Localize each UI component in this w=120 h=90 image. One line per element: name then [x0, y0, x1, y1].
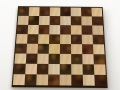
- square-e2-dark[interactable]: [60, 64, 72, 75]
- square-a5-light[interactable]: [16, 34, 28, 44]
- square-h4-light[interactable]: [93, 44, 105, 54]
- square-f8-light[interactable]: [71, 8, 82, 17]
- square-f7-dark[interactable]: [71, 16, 82, 25]
- square-b7-dark[interactable]: [28, 16, 39, 25]
- square-a1-light[interactable]: [13, 74, 25, 85]
- square-g7-light[interactable]: [81, 16, 92, 25]
- square-a2-dark[interactable]: [14, 64, 26, 75]
- square-e1-light[interactable]: [60, 75, 72, 86]
- square-e3-light[interactable]: [60, 54, 71, 64]
- square-d8-light[interactable]: [50, 7, 61, 16]
- square-b8-light[interactable]: [29, 7, 40, 16]
- square-c8-dark[interactable]: [39, 7, 50, 16]
- square-h1-dark[interactable]: [94, 75, 106, 86]
- photo-scene: [0, 0, 120, 90]
- square-d3-dark[interactable]: [48, 54, 59, 64]
- square-g3-light[interactable]: [82, 54, 94, 64]
- square-e8-dark[interactable]: [60, 7, 71, 16]
- square-e7-light[interactable]: [60, 16, 71, 25]
- square-h5-dark[interactable]: [93, 35, 104, 45]
- square-c6-dark[interactable]: [38, 25, 49, 34]
- square-b4-light[interactable]: [26, 44, 38, 54]
- square-c4-dark[interactable]: [38, 44, 49, 54]
- square-h8-light[interactable]: [91, 8, 102, 17]
- square-c2-dark[interactable]: [37, 64, 49, 75]
- square-f1-dark[interactable]: [71, 75, 83, 86]
- square-b6-light[interactable]: [28, 25, 39, 34]
- square-h7-dark[interactable]: [92, 16, 103, 25]
- square-c5-light[interactable]: [38, 34, 49, 44]
- board: [12, 6, 108, 88]
- square-h2-light[interactable]: [94, 64, 106, 75]
- square-f4-light[interactable]: [71, 44, 82, 54]
- square-g5-light[interactable]: [82, 35, 93, 45]
- square-h6-light[interactable]: [92, 25, 103, 34]
- square-b2-light[interactable]: [25, 64, 37, 75]
- square-b5-dark[interactable]: [27, 34, 38, 44]
- square-g8-dark[interactable]: [81, 8, 92, 17]
- square-a4-dark[interactable]: [15, 44, 27, 54]
- square-a6-dark[interactable]: [17, 25, 28, 34]
- square-b3-dark[interactable]: [26, 54, 38, 64]
- square-e6-dark[interactable]: [60, 25, 71, 34]
- square-g2-dark[interactable]: [83, 64, 95, 75]
- square-c3-light[interactable]: [37, 54, 49, 64]
- square-d1-dark[interactable]: [48, 74, 60, 85]
- square-a3-light[interactable]: [14, 53, 26, 63]
- square-d4-light[interactable]: [49, 44, 60, 54]
- square-d7-dark[interactable]: [50, 16, 61, 25]
- square-d2-light[interactable]: [48, 64, 60, 75]
- square-e5-light[interactable]: [60, 34, 71, 44]
- square-c1-light[interactable]: [36, 74, 48, 85]
- square-g6-dark[interactable]: [81, 25, 92, 34]
- square-g1-light[interactable]: [83, 75, 95, 86]
- square-b1-dark[interactable]: [24, 74, 36, 85]
- square-g4-dark[interactable]: [82, 44, 93, 54]
- square-f2-light[interactable]: [71, 64, 83, 75]
- square-d5-dark[interactable]: [49, 34, 60, 44]
- square-a7-light[interactable]: [18, 16, 29, 25]
- square-e4-dark[interactable]: [60, 44, 71, 54]
- square-d6-light[interactable]: [49, 25, 60, 34]
- square-f6-light[interactable]: [71, 25, 82, 34]
- square-f5-dark[interactable]: [71, 35, 82, 45]
- square-a8-dark[interactable]: [18, 7, 29, 16]
- square-f3-dark[interactable]: [71, 54, 82, 64]
- square-c7-light[interactable]: [39, 16, 50, 25]
- square-h3-dark[interactable]: [93, 54, 105, 64]
